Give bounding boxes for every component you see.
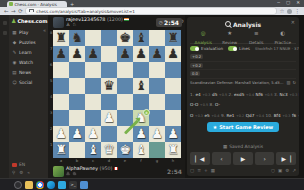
square-d4[interactable] [101, 94, 117, 110]
square-d6[interactable] [101, 62, 117, 78]
panel-title: Analysis [233, 21, 261, 28]
board-column: ⚙ rajeev12345678 (1200) ♙ ♘ ◷ 2:54 [48, 15, 185, 178]
bookmark-star-icon[interactable]: ☆ [280, 7, 285, 15]
browser-toolbar: ← → ⟳ chess.com/analysis?tab=analysis&mo… [0, 7, 304, 15]
puzzles-icon: ◆ [12, 40, 17, 45]
square-e3[interactable] [117, 110, 133, 126]
square-d3[interactable]: ♟ [101, 110, 117, 126]
news-icon: ▤ [12, 70, 17, 75]
square-h2[interactable]: ♟ [165, 126, 181, 142]
analysis-panel-column: Analysis ✕ ◎Analysis★Review≡Details◐Prac… [185, 15, 304, 178]
square-c2[interactable]: ♟ [85, 126, 101, 142]
file-label-h: h [165, 158, 181, 163]
watch-icon: ◉ [12, 60, 17, 65]
square-g3[interactable] [149, 110, 165, 126]
square-g8[interactable] [149, 30, 165, 46]
game-review-button[interactable]: ★ Start Game Review [207, 122, 280, 132]
square-b1[interactable] [69, 142, 85, 158]
forward-icon[interactable]: → [11, 7, 16, 15]
clock-icon: ◷ [159, 20, 163, 25]
rank-label-8: 8 [49, 30, 53, 46]
pawn-logo-icon: ♟ [11, 18, 16, 24]
sidebar-item-label: Watch [19, 60, 33, 65]
details-tab-icon: ≡ [243, 30, 270, 36]
rank-label-7: 7 [49, 46, 53, 62]
collapse-icon[interactable]: « [27, 170, 30, 175]
move-eval: +0.5 [298, 114, 299, 118]
opening-name: Scandinavian Defense: Marshall Variation… [190, 80, 285, 85]
engine-line-1[interactable]: +0.2 [190, 53, 296, 62]
tab-review[interactable]: ★Review [217, 29, 244, 43]
chess-board-wrap: 87654321 ♜♞♚♝♜♟♟♟♟♟♟♟♛♝♟♞♟♟♟♟♟♟♜♝♛♚♝♜ * [53, 30, 181, 158]
move-eval: +0.4 [256, 114, 264, 118]
top-player-flag-icon [124, 18, 129, 21]
taskbar-chrome-icon[interactable] [36, 181, 44, 189]
lock-icon [29, 9, 34, 13]
rail-icon[interactable] [3, 31, 7, 35]
move-list[interactable]: 1.e4+0.3d5+0.52.exd5+0.4Nf6+0.53.Nc3+0.3… [190, 87, 296, 121]
move-number: 8. [210, 102, 214, 107]
engine-line-3[interactable]: 0.0 [190, 70, 296, 79]
white-piece-p-h2[interactable]: ♟ [165, 126, 181, 142]
chess-board[interactable]: ♜♞♚♝♜♟♟♟♟♟♟♟♛♝♟♞♟♟♟♟♟♟♜♝♛♚♝♜ [53, 30, 181, 158]
minimize-icon[interactable]: ─ [277, 0, 280, 6]
black-piece-p-e7[interactable]: ♟ [117, 46, 133, 62]
taskbar-search-icon[interactable] [14, 181, 22, 189]
white-piece-p-d3[interactable]: ♟ [101, 110, 117, 126]
rank-label-3: 3 [49, 110, 53, 126]
black-piece-p-f7[interactable]: ♟ [133, 46, 149, 62]
square-c1[interactable]: ♝ [85, 142, 101, 158]
square-d7[interactable] [101, 46, 117, 62]
square-f1[interactable]: ♝ [133, 142, 149, 158]
sidebar-item-label: Play [19, 30, 28, 35]
square-d1[interactable]: ♛ [101, 142, 117, 158]
move-number: 10. [266, 113, 273, 118]
rank-label-1: 1 [49, 142, 53, 158]
settings-gear-icon[interactable]: ⚙ [19, 170, 23, 175]
move-eval: +0.3 [195, 114, 203, 118]
skip-to-end-button[interactable]: ▶▕ [276, 152, 296, 165]
file-label-a: a [53, 158, 69, 163]
rail-icon[interactable] [3, 21, 7, 25]
move-eval: +0.5 [219, 93, 227, 97]
move-navigation: ▏◀‹▶›▶▕ [190, 152, 296, 165]
black-piece-k-e8[interactable]: ♚ [117, 30, 133, 46]
top-player-avatar[interactable] [53, 17, 64, 28]
opening-reset-icon[interactable]: ↻ [292, 80, 296, 85]
bottom-player-clock: 2:54 [167, 168, 182, 175]
black-piece-p-c7[interactable]: ♟ [85, 46, 101, 62]
move[interactable]: e5 [205, 113, 210, 118]
lines-toggle[interactable] [228, 46, 237, 51]
move[interactable]: Nf6 [256, 92, 263, 97]
social-icon: ☺ [12, 80, 17, 85]
close-icon[interactable]: ✕ [296, 0, 300, 6]
learn-icon: ✎ [12, 50, 17, 55]
white-piece-p-f2[interactable]: ♟ [133, 126, 149, 142]
bottom-player-flag-icon [114, 167, 119, 170]
black-piece-p-b7[interactable]: ♟ [69, 46, 85, 62]
url-text: chess.com/analysis?tab=analysis&moveList… [36, 9, 135, 14]
next-move-button[interactable]: › [255, 152, 275, 165]
bottom-player-rating: (950) [100, 166, 113, 171]
square-c3[interactable] [85, 110, 101, 126]
square-g5[interactable] [149, 78, 165, 94]
square-c6[interactable] [85, 62, 101, 78]
sidebar-item-watch[interactable]: ◉Watch [9, 57, 48, 67]
square-b5[interactable] [69, 78, 85, 94]
taskbar-windows-icon[interactable] [3, 181, 11, 189]
toggle-label: Lines [239, 46, 250, 51]
square-a3[interactable] [53, 110, 69, 126]
maximize-icon[interactable]: ▢ [286, 0, 290, 6]
panel-close-icon[interactable]: ✕ [291, 19, 295, 25]
sidebar-collapse-icon[interactable]: « [43, 27, 46, 33]
best-move-badge-icon: * [143, 109, 150, 116]
taskbar-explorer-icon[interactable] [25, 181, 33, 189]
sidebar-item-label: News [19, 70, 31, 75]
square-h5[interactable] [165, 78, 181, 94]
square-f7[interactable]: ♟ [133, 46, 149, 62]
language-flag-icon [12, 163, 17, 167]
highlight-from [149, 142, 165, 158]
square-h1[interactable]: ♜ [165, 142, 181, 158]
engine-eval-score: +0.2 [190, 54, 203, 59]
file-labels: abcdefgh [53, 158, 181, 163]
rank-labels: 87654321 [49, 30, 53, 158]
toggle-label: Evaluation [201, 46, 223, 51]
file-label-g: g [149, 158, 165, 163]
tab-details[interactable]: ≡Details [243, 29, 270, 43]
bottom-player-avatar[interactable] [53, 166, 64, 177]
review-star-icon: ★ [213, 124, 217, 130]
white-piece-q-d1[interactable]: ♛ [101, 142, 117, 158]
square-g7[interactable]: ♟ [149, 46, 165, 62]
saved-analysis-link[interactable]: ▦ Saved Analysis [190, 142, 296, 150]
window-icon[interactable]: ▣ [278, 168, 282, 173]
move-eval: +0.3 [289, 93, 297, 97]
square-c7[interactable]: ♟ [85, 46, 101, 62]
rank-label-5: 5 [49, 78, 53, 94]
white-piece-p-b2[interactable]: ♟ [69, 126, 85, 142]
saved-analysis-icon: ▦ [223, 144, 227, 149]
screen: Chess.com - Analysis + ─ ▢ ✕ ← → ⟳ chess… [0, 0, 304, 190]
square-g1[interactable] [149, 142, 165, 158]
square-a4[interactable] [53, 94, 69, 110]
square-h6[interactable] [165, 62, 181, 78]
white-piece-r-h1[interactable]: ♜ [165, 142, 181, 158]
search-icon[interactable]: ⚲ [12, 170, 15, 175]
square-e5[interactable] [117, 78, 133, 94]
black-piece-n-b8[interactable]: ♞ [69, 30, 85, 46]
move[interactable]: exd5 [234, 92, 244, 97]
square-e7[interactable]: ♟ [117, 46, 133, 62]
square-b8[interactable]: ♞ [69, 30, 85, 46]
engine-name: Stockfish 17 NNUE · 37.1 [255, 46, 299, 51]
settings-gear-icon[interactable]: ⚙ [285, 168, 289, 173]
back-icon[interactable]: ← [4, 7, 9, 15]
sidebar-item-news[interactable]: ▤News [9, 67, 48, 77]
move[interactable]: Nc3 [280, 92, 288, 97]
move-eval: +0.4 [211, 114, 219, 118]
white-piece-k-e1[interactable]: ♚ [117, 142, 133, 158]
square-h4[interactable] [165, 94, 181, 110]
square-g4[interactable] [149, 94, 165, 110]
engine-eval-score: 0.0 [190, 71, 200, 76]
reload-icon[interactable]: ⟳ [18, 7, 23, 15]
utility-icons: ▢≡+▦○▣⚙↗ [190, 166, 296, 174]
tab-title: Chess.com - Analysis [15, 2, 57, 7]
top-player-bar: rajeev12345678 (1200) ♙ ♘ ◷ 2:54 [53, 15, 185, 29]
square-g6[interactable] [149, 62, 165, 78]
board-editor-icon[interactable]: ▢ [190, 168, 194, 173]
skip-to-start-button[interactable]: ▏◀ [190, 152, 210, 165]
move-number: 2. [229, 92, 233, 97]
panel-header: Analysis ✕ [190, 19, 296, 29]
share-icon[interactable]: ↗ [292, 168, 296, 173]
square-d2[interactable] [101, 126, 117, 142]
square-d8[interactable] [101, 30, 117, 46]
opening-book-icon[interactable]: ▥ [287, 80, 291, 85]
square-h8[interactable]: ♜ [165, 30, 181, 46]
file-label-c: c [85, 158, 101, 163]
move[interactable]: f6 [292, 113, 296, 118]
square-c4[interactable] [85, 94, 101, 110]
rank-label-2: 2 [49, 126, 53, 142]
white-piece-p-a2[interactable]: ♟ [53, 126, 69, 142]
browser-profile-avatar[interactable] [287, 9, 292, 14]
move-eval: +0.2 [236, 114, 244, 118]
play-button[interactable]: ▶ [233, 152, 253, 165]
language-selector[interactable]: EN [12, 162, 30, 167]
black-piece-p-a7[interactable]: ♟ [53, 46, 69, 62]
practice-tab-icon: ◐ [270, 30, 297, 36]
move-number: 1. [190, 92, 194, 97]
square-a7[interactable]: ♟ [53, 46, 69, 62]
square-d5[interactable]: ♛ [101, 78, 117, 94]
square-c8[interactable] [85, 30, 101, 46]
square-a5[interactable] [53, 78, 69, 94]
taskbar-mail-icon[interactable] [80, 181, 88, 189]
square-f8[interactable]: ♝ [133, 30, 149, 46]
move-eval: +0.3 [282, 114, 290, 118]
move[interactable]: Bf4 [274, 113, 281, 118]
chesscom-logo[interactable]: ♟ Chess.com [9, 17, 48, 27]
move-number: 3. [274, 92, 278, 97]
square-e8[interactable]: ♚ [117, 30, 133, 46]
page-content: ♟ Chess.com « ▦Play◆Puzzles✎Learn◉Watch▤… [0, 15, 304, 178]
square-e6[interactable] [117, 62, 133, 78]
address-bar[interactable]: chess.com/analysis?tab=analysis&moveList… [25, 7, 277, 15]
sidebar-item-label: Puzzles [19, 40, 36, 45]
move[interactable]: Re1 [227, 113, 235, 118]
square-f5[interactable]: ♝ [133, 78, 149, 94]
square-f6[interactable] [133, 62, 149, 78]
move-eval: +0.4 [246, 93, 254, 97]
top-player-rating: (1200) [107, 17, 123, 22]
sidebar-bottom: EN ⚲⚙« [12, 162, 30, 175]
opening-row[interactable]: Scandinavian Defense: Marshall Variation… [190, 79, 296, 87]
browser-tabbar: Chess.com - Analysis + ─ ▢ ✕ [0, 0, 304, 7]
square-h7[interactable]: ♟ [165, 46, 181, 62]
bottom-player-bar: AlphaPawney (950) ♟ ♞ 2:54 [53, 164, 185, 178]
menu-lines-icon[interactable]: ≡ [197, 168, 201, 173]
square-b4[interactable] [69, 94, 85, 110]
tab-favicon [9, 2, 13, 6]
logo-text: Chess.com [17, 18, 47, 24]
square-e1[interactable]: ♚ [117, 142, 133, 158]
left-rail [0, 15, 9, 178]
sidebar-item-puzzles[interactable]: ◆Puzzles [9, 37, 48, 47]
sidebar-item-label: Social [19, 80, 32, 85]
sidebar: ♟ Chess.com « ▦Play◆Puzzles✎Learn◉Watch▤… [9, 15, 48, 178]
file-label-d: d [101, 158, 117, 163]
file-label-e: e [117, 158, 133, 163]
move[interactable]: d5 [212, 92, 217, 97]
move-number: 9. [221, 113, 225, 118]
square-e4[interactable] [117, 94, 133, 110]
square-h3[interactable] [165, 110, 181, 126]
move[interactable]: e4 [196, 92, 201, 97]
previous-move-button[interactable]: ‹ [212, 152, 232, 165]
white-piece-r-a1[interactable]: ♜ [53, 142, 69, 158]
white-piece-b-f1[interactable]: ♝ [133, 142, 149, 158]
engine-line-2[interactable]: +0.2 [190, 62, 296, 71]
review-tab-icon: ★ [217, 30, 244, 36]
square-a2[interactable]: ♟ [53, 126, 69, 142]
move[interactable]: Qd7 [246, 113, 255, 118]
file-label-b: b [69, 158, 85, 163]
black-piece-p-h7[interactable]: ♟ [165, 46, 181, 62]
taskbar-terminal-icon[interactable]: >_ [69, 181, 77, 189]
add-icon[interactable]: + [204, 168, 208, 173]
sidebar-item-social[interactable]: ☺Social [9, 77, 48, 87]
analysis-panel: Analysis ✕ ◎Analysis★Review≡Details◐Prac… [187, 17, 299, 176]
engine-eval-score: +0.2 [190, 63, 203, 68]
square-b6[interactable] [69, 62, 85, 78]
analysis-tab-icon: ◎ [190, 30, 217, 36]
top-captured-pieces: ♙ ♘ [66, 22, 129, 27]
taskbar-vscode-icon[interactable] [58, 181, 66, 189]
square-f4[interactable] [133, 94, 149, 110]
circle-icon[interactable]: ○ [271, 168, 275, 173]
white-piece-p-g2[interactable]: ♟ [149, 126, 165, 142]
language-label: EN [19, 162, 25, 167]
browser-menu-icon[interactable]: ⋮ [295, 7, 301, 15]
rank-label-6: 6 [49, 62, 53, 78]
black-piece-b-f8[interactable]: ♝ [133, 30, 149, 46]
black-piece-r-a8[interactable]: ♜ [53, 30, 69, 46]
window-controls[interactable]: ─ ▢ ✕ [277, 0, 304, 7]
square-g2[interactable]: ♟ [149, 126, 165, 142]
tab-analysis[interactable]: ◎Analysis [190, 29, 217, 43]
sidebar-item-label: Learn [19, 50, 32, 55]
black-piece-p-g7[interactable]: ♟ [149, 46, 165, 62]
white-piece-p-c2[interactable]: ♟ [85, 126, 101, 142]
square-a1[interactable]: ♜ [53, 142, 69, 158]
square-f2[interactable]: ♟ [133, 126, 149, 142]
file-label-f: f [133, 158, 149, 163]
sidebar-item-learn[interactable]: ✎Learn [9, 47, 48, 57]
magnifier-icon [225, 21, 231, 27]
play-icon: ▦ [12, 30, 17, 35]
taskbar: >_ [0, 178, 304, 190]
square-b7[interactable]: ♟ [69, 46, 85, 62]
square-c5[interactable] [85, 78, 101, 94]
square-a8[interactable]: ♜ [53, 30, 69, 46]
white-piece-b-c1[interactable]: ♝ [85, 142, 101, 158]
square-b2[interactable]: ♟ [69, 126, 85, 142]
tab-practice[interactable]: ◐Practice [270, 29, 297, 43]
taskbar-edge-icon[interactable] [47, 181, 55, 189]
move-eval: +0.5 [264, 93, 272, 97]
black-piece-q-d5[interactable]: ♛ [101, 78, 117, 94]
top-player-clock: ◷ 2:54 [156, 18, 182, 27]
evaluation-toggle[interactable] [190, 46, 199, 51]
square-a6[interactable] [53, 62, 69, 78]
grid-icon[interactable]: ▦ [211, 168, 215, 173]
bottom-captured-pieces: ♟ ♞ [66, 171, 118, 176]
move-eval: +0.3 [202, 93, 210, 97]
square-b3[interactable] [69, 110, 85, 126]
black-piece-b-f5[interactable]: ♝ [133, 78, 149, 94]
move-eval: +0.5 [200, 103, 208, 107]
rank-label-4: 4 [49, 94, 53, 110]
black-piece-r-h8[interactable]: ♜ [165, 30, 181, 46]
